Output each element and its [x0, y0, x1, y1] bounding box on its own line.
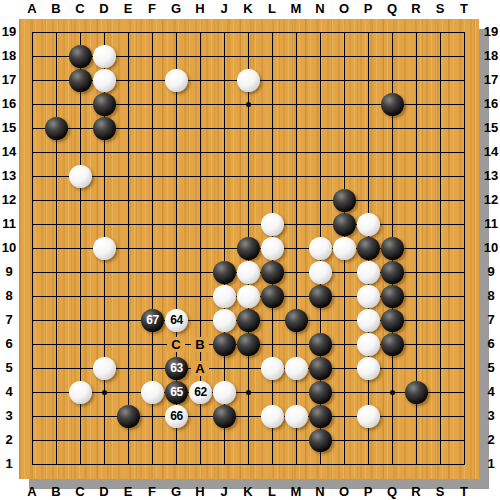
white-stone-M5[interactable]	[285, 357, 308, 380]
white-stone-F4[interactable]	[141, 381, 164, 404]
star-point-K16	[246, 102, 251, 107]
black-stone-P10[interactable]	[357, 237, 380, 260]
row-label-right-13: 13	[482, 168, 500, 184]
row-label-right-5: 5	[482, 360, 500, 376]
white-stone-M3[interactable]	[285, 405, 308, 428]
move-number: 66	[165, 405, 188, 428]
white-stone-L3[interactable]	[261, 405, 284, 428]
column-label-bottom-J: J	[212, 484, 236, 500]
white-stone-J8[interactable]	[213, 285, 236, 308]
white-stone-L11[interactable]	[261, 213, 284, 236]
row-label-left-17: 17	[0, 72, 18, 88]
white-stone-J4[interactable]	[213, 381, 236, 404]
row-label-left-3: 3	[0, 408, 18, 424]
white-stone-D5[interactable]	[93, 357, 116, 380]
black-stone-J3[interactable]	[213, 405, 236, 428]
board-label-A: A	[191, 361, 209, 376]
board-label-C: C	[167, 337, 185, 352]
row-label-left-11: 11	[0, 216, 18, 232]
column-label-bottom-T: T	[452, 484, 476, 500]
column-label-bottom-S: S	[428, 484, 452, 500]
row-label-right-18: 18	[482, 48, 500, 64]
black-stone-C17[interactable]	[69, 69, 92, 92]
move-number: 63	[165, 357, 188, 380]
white-stone-G7[interactable]: 64	[165, 309, 188, 332]
row-label-left-16: 16	[0, 96, 18, 112]
star-point-K4	[246, 390, 251, 395]
black-stone-G5[interactable]: 63	[165, 357, 188, 380]
column-label-top-G: G	[164, 1, 188, 17]
row-label-right-6: 6	[482, 336, 500, 352]
column-label-bottom-Q: Q	[380, 484, 404, 500]
row-label-left-1: 1	[0, 456, 18, 472]
white-stone-L10[interactable]	[261, 237, 284, 260]
white-stone-P5[interactable]	[357, 357, 380, 380]
black-stone-O12[interactable]	[333, 189, 356, 212]
row-label-right-1: 1	[482, 456, 500, 472]
board-label-B: B	[191, 337, 209, 352]
black-stone-Q9[interactable]	[381, 261, 404, 284]
white-stone-H4[interactable]: 62	[189, 381, 212, 404]
column-label-bottom-M: M	[284, 484, 308, 500]
black-stone-O11[interactable]	[333, 213, 356, 236]
grid-line-horizontal	[32, 416, 465, 417]
black-stone-K10[interactable]	[237, 237, 260, 260]
move-number: 65	[165, 381, 188, 404]
white-stone-P3[interactable]	[357, 405, 380, 428]
white-stone-D10[interactable]	[93, 237, 116, 260]
row-label-left-12: 12	[0, 192, 18, 208]
black-stone-E3[interactable]	[117, 405, 140, 428]
row-label-right-9: 9	[482, 264, 500, 280]
row-label-right-10: 10	[482, 240, 500, 256]
grid-line-vertical	[296, 32, 297, 465]
white-stone-G3[interactable]: 66	[165, 405, 188, 428]
white-stone-G17[interactable]	[165, 69, 188, 92]
black-stone-Q7[interactable]	[381, 309, 404, 332]
row-label-left-5: 5	[0, 360, 18, 376]
white-stone-D17[interactable]	[93, 69, 116, 92]
black-stone-L9[interactable]	[261, 261, 284, 284]
black-stone-F7[interactable]: 67	[141, 309, 164, 332]
column-label-bottom-A: A	[20, 484, 44, 500]
row-label-right-16: 16	[482, 96, 500, 112]
column-label-bottom-C: C	[68, 484, 92, 500]
column-label-bottom-D: D	[92, 484, 116, 500]
column-label-top-P: P	[356, 1, 380, 17]
column-label-bottom-E: E	[116, 484, 140, 500]
go-board[interactable]: 676365646266ABC	[19, 19, 479, 479]
white-stone-P7[interactable]	[357, 309, 380, 332]
black-stone-Q10[interactable]	[381, 237, 404, 260]
column-label-top-Q: Q	[380, 1, 404, 17]
row-label-right-4: 4	[482, 384, 500, 400]
row-label-right-7: 7	[482, 312, 500, 328]
row-label-left-4: 4	[0, 384, 18, 400]
white-stone-N10[interactable]	[309, 237, 332, 260]
black-stone-J9[interactable]	[213, 261, 236, 284]
star-point-Q4	[390, 390, 395, 395]
column-label-top-H: H	[188, 1, 212, 17]
white-stone-D18[interactable]	[93, 45, 116, 68]
black-stone-Q8[interactable]	[381, 285, 404, 308]
column-label-top-E: E	[116, 1, 140, 17]
column-label-top-T: T	[452, 1, 476, 17]
column-label-bottom-F: F	[140, 484, 164, 500]
column-label-bottom-L: L	[260, 484, 284, 500]
move-number: 62	[189, 381, 212, 404]
grid-line-horizontal	[32, 464, 465, 465]
grid-line-vertical	[440, 32, 441, 465]
column-label-top-R: R	[404, 1, 428, 17]
black-stone-B15[interactable]	[45, 117, 68, 140]
row-label-right-15: 15	[482, 120, 500, 136]
black-stone-L8[interactable]	[261, 285, 284, 308]
white-stone-P8[interactable]	[357, 285, 380, 308]
column-label-top-N: N	[308, 1, 332, 17]
black-stone-N8[interactable]	[309, 285, 332, 308]
row-label-right-17: 17	[482, 72, 500, 88]
black-stone-K7[interactable]	[237, 309, 260, 332]
column-label-bottom-H: H	[188, 484, 212, 500]
black-stone-J6[interactable]	[213, 333, 236, 356]
row-label-right-19: 19	[482, 24, 500, 40]
black-stone-Q16[interactable]	[381, 93, 404, 116]
row-label-right-12: 12	[482, 192, 500, 208]
move-number: 67	[141, 309, 164, 332]
white-stone-K8[interactable]	[237, 285, 260, 308]
black-stone-D15[interactable]	[93, 117, 116, 140]
grid-line-vertical	[464, 32, 465, 465]
column-label-top-B: B	[44, 1, 68, 17]
black-stone-Q6[interactable]	[381, 333, 404, 356]
column-label-top-F: F	[140, 1, 164, 17]
white-stone-O10[interactable]	[333, 237, 356, 260]
black-stone-G4[interactable]: 65	[165, 381, 188, 404]
black-stone-K6[interactable]	[237, 333, 260, 356]
column-label-top-M: M	[284, 1, 308, 17]
black-stone-R4[interactable]	[405, 381, 428, 404]
column-label-top-K: K	[236, 1, 260, 17]
row-label-left-9: 9	[0, 264, 18, 280]
black-stone-N6[interactable]	[309, 333, 332, 356]
column-label-top-C: C	[68, 1, 92, 17]
white-stone-C4[interactable]	[69, 381, 92, 404]
row-label-left-14: 14	[0, 144, 18, 160]
grid-line-horizontal	[32, 440, 465, 441]
column-label-bottom-G: G	[164, 484, 188, 500]
black-stone-N2[interactable]	[309, 429, 332, 452]
column-label-top-J: J	[212, 1, 236, 17]
column-label-top-L: L	[260, 1, 284, 17]
black-stone-M7[interactable]	[285, 309, 308, 332]
black-stone-C18[interactable]	[69, 45, 92, 68]
row-label-right-11: 11	[482, 216, 500, 232]
go-diagram: 676365646266ABC AABBCCDDEEFFGGHHJJKKLLMM…	[0, 0, 500, 500]
star-point-D4	[102, 390, 107, 395]
white-stone-L5[interactable]	[261, 357, 284, 380]
white-stone-J7[interactable]	[213, 309, 236, 332]
row-label-left-19: 19	[0, 24, 18, 40]
white-stone-P6[interactable]	[357, 333, 380, 356]
column-label-bottom-R: R	[404, 484, 428, 500]
column-label-bottom-K: K	[236, 484, 260, 500]
black-stone-N4[interactable]	[309, 381, 332, 404]
row-label-left-6: 6	[0, 336, 18, 352]
row-label-right-2: 2	[482, 432, 500, 448]
row-label-left-8: 8	[0, 288, 18, 304]
white-stone-P11[interactable]	[357, 213, 380, 236]
row-label-left-10: 10	[0, 240, 18, 256]
row-label-left-13: 13	[0, 168, 18, 184]
row-label-left-7: 7	[0, 312, 18, 328]
white-stone-C13[interactable]	[69, 165, 92, 188]
column-label-top-D: D	[92, 1, 116, 17]
column-label-top-S: S	[428, 1, 452, 17]
column-label-top-A: A	[20, 1, 44, 17]
column-label-bottom-B: B	[44, 484, 68, 500]
white-stone-K17[interactable]	[237, 69, 260, 92]
white-stone-K9[interactable]	[237, 261, 260, 284]
column-label-bottom-O: O	[332, 484, 356, 500]
white-stone-N9[interactable]	[309, 261, 332, 284]
black-stone-D16[interactable]	[93, 93, 116, 116]
row-label-right-3: 3	[482, 408, 500, 424]
black-stone-N5[interactable]	[309, 357, 332, 380]
row-label-right-8: 8	[482, 288, 500, 304]
move-number: 64	[165, 309, 188, 332]
row-label-right-14: 14	[482, 144, 500, 160]
row-label-left-2: 2	[0, 432, 18, 448]
column-label-bottom-P: P	[356, 484, 380, 500]
black-stone-N3[interactable]	[309, 405, 332, 428]
white-stone-P9[interactable]	[357, 261, 380, 284]
row-label-left-18: 18	[0, 48, 18, 64]
row-label-left-15: 15	[0, 120, 18, 136]
column-label-bottom-N: N	[308, 484, 332, 500]
column-label-top-O: O	[332, 1, 356, 17]
